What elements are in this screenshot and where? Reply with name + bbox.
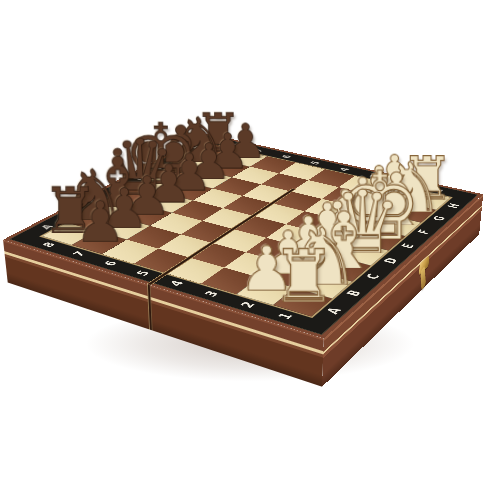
scene: ABCDEFGH 87654321 87654321 ABCDEFGH ♜♞♝♛…: [0, 0, 500, 500]
board-top-surface: ABCDEFGH 87654321 87654321 ABCDEFGH ♜♞♝♛…: [3, 134, 483, 339]
chess-board: ABCDEFGH 87654321 87654321 ABCDEFGH ♜♞♝♛…: [3, 134, 483, 339]
piece-black-pawn-a7: ♟: [74, 195, 125, 252]
piece-white-rook-a1: ♜: [270, 241, 335, 314]
brass-latch-icon: [417, 254, 431, 298]
square-a1: ♜: [273, 288, 332, 317]
fold-seam-side: [147, 284, 153, 330]
product-photo: ABCDEFGH 87654321 87654321 ABCDEFGH ♜♞♝♛…: [0, 0, 500, 500]
